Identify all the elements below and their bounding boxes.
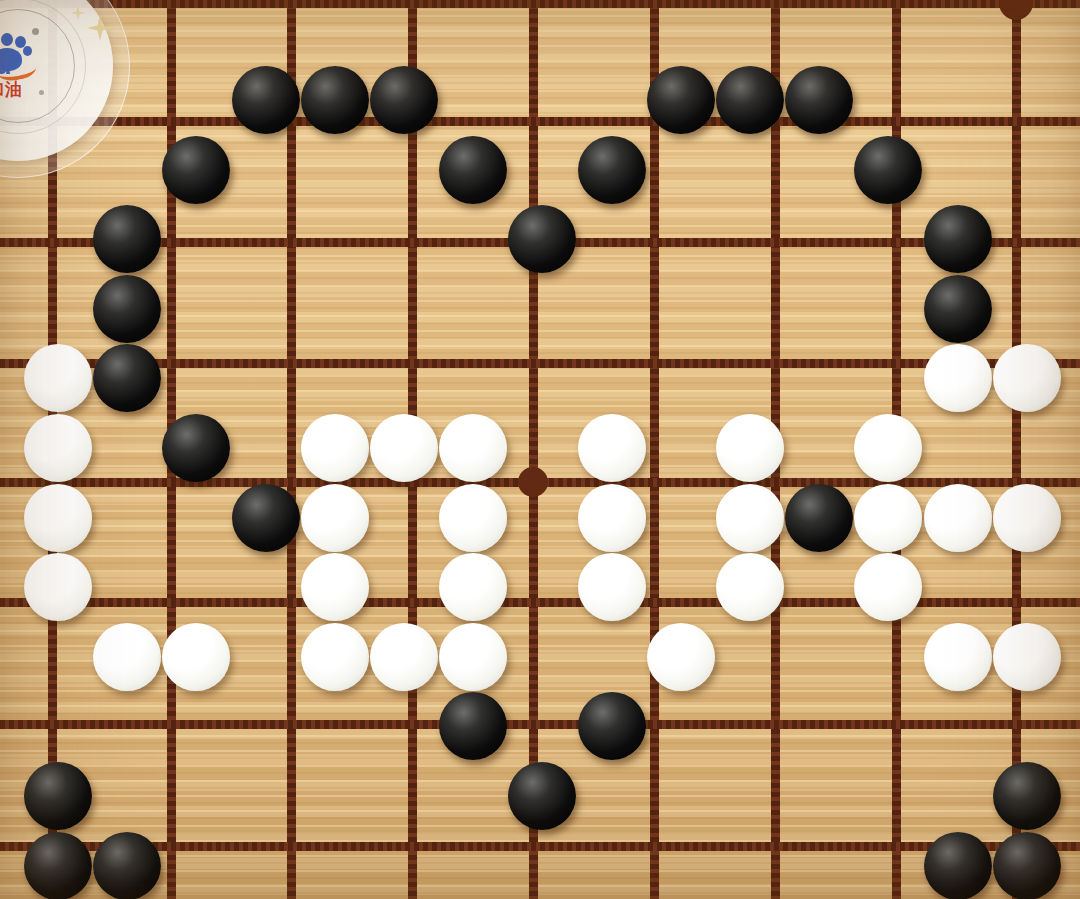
stone-white bbox=[854, 484, 922, 552]
stone-white bbox=[439, 623, 507, 691]
go-board[interactable]: u 加油 bbox=[0, 0, 1080, 899]
speck-dot bbox=[32, 28, 39, 35]
grid-line-vertical bbox=[287, 0, 296, 899]
grid-line-horizontal bbox=[0, 720, 1080, 729]
stone-white bbox=[924, 484, 992, 552]
stone-black bbox=[93, 275, 161, 343]
badge-swoosh bbox=[0, 59, 37, 83]
stone-white bbox=[716, 414, 784, 482]
stone-black bbox=[24, 762, 92, 830]
badge-letter: u bbox=[0, 50, 12, 81]
speck-dot bbox=[39, 90, 44, 95]
stone-black bbox=[854, 136, 922, 204]
star-point bbox=[999, 0, 1033, 20]
badge-inner-ring bbox=[0, 9, 75, 123]
grid-line-horizontal bbox=[0, 117, 1080, 126]
stone-black bbox=[162, 136, 230, 204]
stone-white bbox=[93, 623, 161, 691]
stone-white bbox=[716, 553, 784, 621]
stone-black bbox=[370, 66, 438, 134]
stone-white bbox=[578, 484, 646, 552]
stone-black bbox=[578, 692, 646, 760]
grid-line-horizontal bbox=[0, 842, 1080, 851]
stone-black bbox=[578, 136, 646, 204]
stone-white bbox=[578, 553, 646, 621]
stone-white bbox=[24, 484, 92, 552]
stone-white bbox=[993, 344, 1061, 412]
stone-black bbox=[647, 66, 715, 134]
grid-line-horizontal bbox=[0, 0, 1080, 8]
stone-black bbox=[924, 275, 992, 343]
stone-white bbox=[301, 623, 369, 691]
stone-black bbox=[232, 484, 300, 552]
badge-inner-ring-2 bbox=[0, 0, 86, 134]
grid-line-vertical bbox=[650, 0, 659, 899]
stone-black bbox=[993, 762, 1061, 830]
stone-white bbox=[578, 414, 646, 482]
stone-white bbox=[24, 553, 92, 621]
stone-black bbox=[924, 832, 992, 899]
stone-black bbox=[93, 205, 161, 273]
stone-white bbox=[301, 553, 369, 621]
stone-black bbox=[301, 66, 369, 134]
stone-white bbox=[439, 414, 507, 482]
sparkle-icon bbox=[71, 6, 85, 20]
badge-outer-ring bbox=[0, 0, 130, 178]
stone-white bbox=[439, 553, 507, 621]
stone-white bbox=[854, 414, 922, 482]
stone-white bbox=[24, 344, 92, 412]
stone-black bbox=[716, 66, 784, 134]
grid-line-horizontal bbox=[0, 359, 1080, 368]
stone-black bbox=[93, 344, 161, 412]
stone-white bbox=[439, 484, 507, 552]
stone-white bbox=[993, 484, 1061, 552]
sparkle-icon bbox=[87, 15, 113, 41]
stone-white bbox=[301, 414, 369, 482]
stone-black bbox=[439, 692, 507, 760]
star-point bbox=[518, 467, 548, 497]
stone-black bbox=[24, 832, 92, 899]
stone-white bbox=[370, 623, 438, 691]
stone-black bbox=[785, 66, 853, 134]
stone-white bbox=[924, 344, 992, 412]
stone-black bbox=[508, 205, 576, 273]
stone-black bbox=[508, 762, 576, 830]
stone-black bbox=[93, 832, 161, 899]
stone-black bbox=[232, 66, 300, 134]
stone-white bbox=[854, 553, 922, 621]
stone-white bbox=[301, 484, 369, 552]
stone-white bbox=[370, 414, 438, 482]
badge-disc bbox=[0, 0, 113, 161]
stone-black bbox=[924, 205, 992, 273]
stone-white bbox=[924, 623, 992, 691]
stone-white bbox=[162, 623, 230, 691]
stone-black bbox=[162, 414, 230, 482]
stone-white bbox=[993, 623, 1061, 691]
badge-cheer-text: 加油 bbox=[0, 78, 23, 101]
stone-white bbox=[24, 414, 92, 482]
stone-white bbox=[647, 623, 715, 691]
stone-black bbox=[439, 136, 507, 204]
stone-white bbox=[716, 484, 784, 552]
stone-black bbox=[785, 484, 853, 552]
stone-black bbox=[993, 832, 1061, 899]
